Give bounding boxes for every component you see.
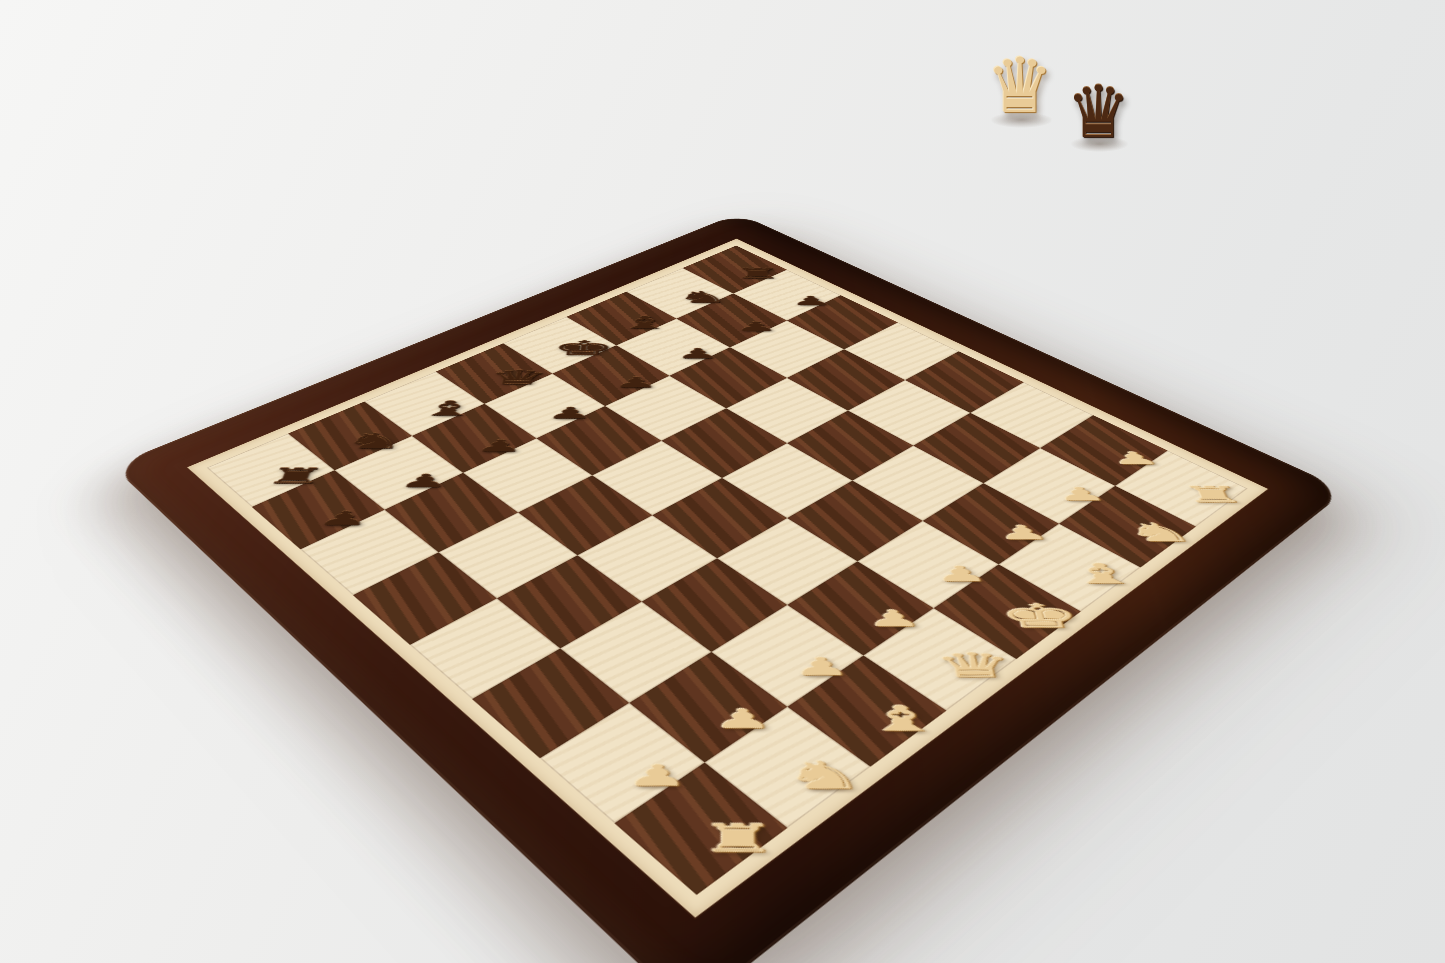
piece-black-pawn-h7[interactable]: ♟: [790, 295, 832, 307]
piece-white-pawn-f2[interactable]: ♟: [995, 523, 1052, 543]
piece-black-pawn-d7[interactable]: ♟: [546, 405, 594, 421]
spare-black-queen[interactable]: ♛: [1066, 76, 1131, 148]
piece-white-pawn-c2[interactable]: ♟: [792, 654, 851, 679]
piece-black-pawn-b7[interactable]: ♟: [397, 472, 451, 490]
piece-black-knight-g8[interactable]: ♞: [676, 289, 729, 305]
piece-white-pawn-h2[interactable]: ♟: [1108, 450, 1163, 467]
piece-white-bishop-f1[interactable]: ♝: [1063, 560, 1141, 588]
piece-black-pawn-f7[interactable]: ♟: [676, 347, 719, 361]
piece-white-bishop-c1[interactable]: ♝: [861, 701, 944, 736]
piece-white-rook-h1[interactable]: ♜: [1178, 483, 1249, 505]
piece-white-king-e1[interactable]: ♚: [996, 600, 1085, 633]
spare-white-queen[interactable]: ♛: [986, 48, 1054, 124]
piece-black-queen-d8[interactable]: ♛: [485, 367, 550, 387]
piece-black-rook-h8[interactable]: ♜: [733, 267, 781, 281]
piece-black-rook-a8[interactable]: ♜: [261, 465, 329, 487]
piece-white-pawn-d2[interactable]: ♟: [865, 607, 923, 630]
board-frame: ♜♞♝♛♚♝♞♜♟♟♟♟♟♟♟♟♟♟♟♟♟♟♟♟♜♞♝♛♚♝♞♜: [112, 213, 1346, 963]
white-queen-icon: ♛: [986, 48, 1054, 124]
piece-white-pawn-e2[interactable]: ♟: [932, 563, 990, 584]
piece-black-pawn-g7[interactable]: ♟: [735, 320, 777, 333]
piece-white-pawn-g2[interactable]: ♟: [1053, 485, 1109, 503]
piece-black-pawn-c7[interactable]: ♟: [474, 437, 525, 454]
board-grid: ♜♞♝♛♚♝♞♜♟♟♟♟♟♟♟♟♟♟♟♟♟♟♟♟♜♞♝♛♚♝♞♜: [207, 246, 1248, 895]
photo-scene: ♜♞♝♛♚♝♞♜♟♟♟♟♟♟♟♟♟♟♟♟♟♟♟♟♜♞♝♛♚♝♞♜ ♛ ♛: [0, 0, 1445, 963]
chessboard: ♜♞♝♛♚♝♞♜♟♟♟♟♟♟♟♟♟♟♟♟♟♟♟♟♜♞♝♛♚♝♞♜: [112, 213, 1346, 963]
piece-white-pawn-b2[interactable]: ♟: [713, 705, 773, 732]
piece-white-queen-d1[interactable]: ♛: [932, 649, 1017, 683]
piece-white-knight-b1[interactable]: ♞: [782, 756, 866, 794]
piece-black-pawn-e7[interactable]: ♟: [613, 375, 659, 390]
piece-black-knight-b8[interactable]: ♞: [340, 430, 409, 452]
piece-white-rook-a1[interactable]: ♜: [698, 819, 779, 858]
piece-black-bishop-c8[interactable]: ♝: [416, 398, 481, 418]
piece-white-pawn-a2[interactable]: ♟: [625, 761, 689, 790]
black-queen-icon: ♛: [1066, 76, 1131, 148]
piece-black-pawn-a7[interactable]: ♟: [315, 509, 372, 528]
piece-black-king-e8[interactable]: ♚: [550, 338, 615, 358]
piece-white-knight-g1[interactable]: ♞: [1121, 519, 1198, 545]
piece-black-bishop-f8[interactable]: ♝: [617, 314, 673, 331]
